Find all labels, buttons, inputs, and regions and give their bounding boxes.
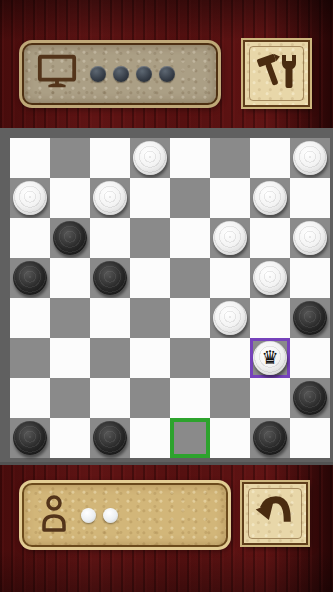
square-r2c7[interactable] xyxy=(290,218,330,258)
black-man[interactable] xyxy=(293,381,327,415)
square-r1c5 xyxy=(210,178,250,218)
square-r3c4[interactable] xyxy=(170,258,210,298)
square-r3c5 xyxy=(210,258,250,298)
square-r3c6[interactable] xyxy=(250,258,290,298)
square-r5c4[interactable] xyxy=(170,338,210,378)
square-r1c3 xyxy=(130,178,170,218)
black-man[interactable] xyxy=(53,221,87,255)
square-r7c1 xyxy=(50,418,90,458)
captured-black-piece xyxy=(136,66,152,82)
square-r5c0[interactable] xyxy=(10,338,50,378)
square-r3c3 xyxy=(130,258,170,298)
square-r4c1[interactable] xyxy=(50,298,90,338)
white-man[interactable] xyxy=(213,301,247,335)
square-r4c2 xyxy=(90,298,130,338)
square-r3c7 xyxy=(290,258,330,298)
square-r6c1[interactable] xyxy=(50,378,90,418)
square-r6c4 xyxy=(170,378,210,418)
square-r7c0[interactable] xyxy=(10,418,50,458)
black-man[interactable] xyxy=(13,261,47,295)
square-r6c3[interactable] xyxy=(130,378,170,418)
monitor-icon xyxy=(36,52,78,96)
captured-black-piece xyxy=(113,66,129,82)
square-r7c5 xyxy=(210,418,250,458)
square-r5c1 xyxy=(50,338,90,378)
white-king[interactable]: ♛ xyxy=(253,341,287,375)
hammer-wrench-icon xyxy=(255,50,299,97)
square-r2c1[interactable] xyxy=(50,218,90,258)
computer-player-panel xyxy=(22,43,218,105)
black-man[interactable] xyxy=(93,421,127,455)
square-r4c6 xyxy=(250,298,290,338)
square-r3c0[interactable] xyxy=(10,258,50,298)
square-r2c6 xyxy=(250,218,290,258)
square-r7c2[interactable] xyxy=(90,418,130,458)
square-r7c4-move-target-square[interactable] xyxy=(170,418,210,458)
square-r2c2 xyxy=(90,218,130,258)
square-r6c2 xyxy=(90,378,130,418)
human-player-panel xyxy=(22,483,228,547)
black-man[interactable] xyxy=(93,261,127,295)
square-r4c7[interactable] xyxy=(290,298,330,338)
tools-button[interactable] xyxy=(243,40,310,107)
square-r3c1 xyxy=(50,258,90,298)
square-r7c6[interactable] xyxy=(250,418,290,458)
black-man[interactable] xyxy=(293,301,327,335)
square-r6c6 xyxy=(250,378,290,418)
white-man[interactable] xyxy=(93,181,127,215)
captured-black-piece xyxy=(90,66,106,82)
square-r4c4 xyxy=(170,298,210,338)
square-r5c2[interactable] xyxy=(90,338,130,378)
square-r6c0 xyxy=(10,378,50,418)
square-r1c6[interactable] xyxy=(250,178,290,218)
board-grid: ♛ xyxy=(10,138,330,458)
square-r1c7 xyxy=(290,178,330,218)
captured-white-piece xyxy=(103,508,118,523)
captured-white-piece xyxy=(81,508,96,523)
black-man[interactable] xyxy=(253,421,287,455)
square-r1c2[interactable] xyxy=(90,178,130,218)
white-man[interactable] xyxy=(253,181,287,215)
square-r0c4 xyxy=(170,138,210,178)
square-r5c5 xyxy=(210,338,250,378)
square-r4c5[interactable] xyxy=(210,298,250,338)
black-man[interactable] xyxy=(13,421,47,455)
square-r6c5[interactable] xyxy=(210,378,250,418)
square-r5c3 xyxy=(130,338,170,378)
undo-arrow-icon xyxy=(253,491,297,536)
square-r7c3 xyxy=(130,418,170,458)
square-r5c7 xyxy=(290,338,330,378)
square-r0c2 xyxy=(90,138,130,178)
square-r6c7[interactable] xyxy=(290,378,330,418)
square-r1c0[interactable] xyxy=(10,178,50,218)
square-r0c5[interactable] xyxy=(210,138,250,178)
square-r3c2[interactable] xyxy=(90,258,130,298)
white-man[interactable] xyxy=(13,181,47,215)
square-r2c4 xyxy=(170,218,210,258)
square-r0c1[interactable] xyxy=(50,138,90,178)
white-man[interactable] xyxy=(293,141,327,175)
captured-black-piece xyxy=(159,66,175,82)
white-man[interactable] xyxy=(133,141,167,175)
human-captured-tray xyxy=(81,508,118,523)
computer-captured-tray xyxy=(90,66,175,82)
board-frame: ♛ xyxy=(0,128,333,465)
white-man[interactable] xyxy=(293,221,327,255)
square-r5c6-selected-king-square[interactable]: ♛ xyxy=(250,338,290,378)
square-r4c3[interactable] xyxy=(130,298,170,338)
white-man[interactable] xyxy=(253,261,287,295)
undo-button[interactable] xyxy=(242,482,308,545)
square-r2c3[interactable] xyxy=(130,218,170,258)
square-r2c5[interactable] xyxy=(210,218,250,258)
square-r0c3[interactable] xyxy=(130,138,170,178)
king-crown-icon: ♛ xyxy=(261,348,278,367)
square-r2c0 xyxy=(10,218,50,258)
white-man[interactable] xyxy=(213,221,247,255)
person-icon xyxy=(39,493,69,537)
square-r0c6 xyxy=(250,138,290,178)
square-r0c7[interactable] xyxy=(290,138,330,178)
square-r1c1 xyxy=(50,178,90,218)
square-r7c7 xyxy=(290,418,330,458)
square-r0c0 xyxy=(10,138,50,178)
square-r1c4[interactable] xyxy=(170,178,210,218)
square-r4c0 xyxy=(10,298,50,338)
